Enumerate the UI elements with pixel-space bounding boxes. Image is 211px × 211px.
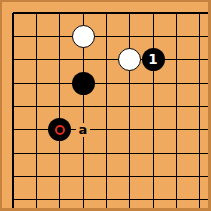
intersection-8-3 [165, 48, 188, 71]
intersection-9-6 [188, 118, 211, 141]
intersection-3-1 [48, 1, 71, 24]
intersection-7-7 [141, 141, 164, 164]
go-board: 1a [1, 1, 211, 211]
intersection-4-6: a [71, 118, 94, 141]
intersection-5-7 [95, 141, 118, 164]
intersection-4-3 [71, 48, 94, 71]
intersection-1-3 [1, 48, 24, 71]
intersection-1-6 [1, 118, 24, 141]
intersection-9-8 [188, 165, 211, 188]
intersection-1-7 [1, 141, 24, 164]
intersection-9-7 [188, 141, 211, 164]
white-stone [118, 48, 141, 71]
intersection-4-1 [71, 1, 94, 24]
intersection-3-8 [48, 165, 71, 188]
intersection-1-9 [1, 188, 24, 211]
intersection-6-6 [118, 118, 141, 141]
intersection-4-7 [71, 141, 94, 164]
intersection-9-4 [188, 71, 211, 94]
intersection-9-5 [188, 95, 211, 118]
intersection-4-4 [71, 71, 94, 94]
intersection-3-5 [48, 95, 71, 118]
intersection-8-8 [165, 165, 188, 188]
intersection-9-3 [188, 48, 211, 71]
black-stone-move-1: 1 [142, 48, 165, 71]
intersection-3-4 [48, 71, 71, 94]
intersection-4-9 [71, 188, 94, 211]
intersection-4-2 [71, 25, 94, 48]
intersection-7-8 [141, 165, 164, 188]
intersection-3-9 [48, 188, 71, 211]
black-stone [72, 72, 95, 95]
intersection-9-1 [188, 1, 211, 24]
intersection-4-5 [71, 95, 94, 118]
intersection-8-7 [165, 141, 188, 164]
intersection-8-4 [165, 71, 188, 94]
circle-marker-icon [55, 125, 65, 135]
intersection-1-4 [1, 71, 24, 94]
intersection-9-9 [188, 188, 211, 211]
intersection-2-8 [25, 165, 48, 188]
intersection-8-1 [165, 1, 188, 24]
intersection-5-4 [95, 71, 118, 94]
intersection-3-6 [48, 118, 71, 141]
intersection-7-5 [141, 95, 164, 118]
intersection-5-1 [95, 1, 118, 24]
white-stone [72, 25, 95, 48]
intersection-1-5 [1, 95, 24, 118]
intersection-1-2 [1, 25, 24, 48]
intersection-1-8 [1, 165, 24, 188]
intersection-6-2 [118, 25, 141, 48]
intersection-5-3 [95, 48, 118, 71]
intersection-6-5 [118, 95, 141, 118]
intersection-6-1 [118, 1, 141, 24]
intersection-2-3 [25, 48, 48, 71]
intersection-7-1 [141, 1, 164, 24]
intersection-7-9 [141, 188, 164, 211]
intersection-6-3 [118, 48, 141, 71]
go-board-frame: 1a [0, 0, 211, 211]
intersection-4-8 [71, 165, 94, 188]
intersection-2-9 [25, 188, 48, 211]
intersection-6-8 [118, 165, 141, 188]
intersection-8-5 [165, 95, 188, 118]
intersection-7-2 [141, 25, 164, 48]
intersection-5-5 [95, 95, 118, 118]
intersection-2-7 [25, 141, 48, 164]
intersection-2-4 [25, 71, 48, 94]
intersection-7-3: 1 [141, 48, 164, 71]
intersection-3-2 [48, 25, 71, 48]
intersection-5-2 [95, 25, 118, 48]
intersection-8-2 [165, 25, 188, 48]
point-label-a: a [76, 123, 91, 137]
intersection-5-9 [95, 188, 118, 211]
intersection-2-2 [25, 25, 48, 48]
intersection-1-1 [1, 1, 24, 24]
intersection-5-6 [95, 118, 118, 141]
black-stone-circle-marked [48, 118, 71, 141]
intersection-9-2 [188, 25, 211, 48]
intersection-7-6 [141, 118, 164, 141]
intersection-2-5 [25, 95, 48, 118]
intersection-6-7 [118, 141, 141, 164]
intersection-6-9 [118, 188, 141, 211]
intersection-6-4 [118, 71, 141, 94]
intersection-2-1 [25, 1, 48, 24]
intersection-5-8 [95, 165, 118, 188]
intersection-7-4 [141, 71, 164, 94]
intersection-2-6 [25, 118, 48, 141]
intersection-8-9 [165, 188, 188, 211]
intersection-8-6 [165, 118, 188, 141]
intersection-3-7 [48, 141, 71, 164]
intersection-3-3 [48, 48, 71, 71]
